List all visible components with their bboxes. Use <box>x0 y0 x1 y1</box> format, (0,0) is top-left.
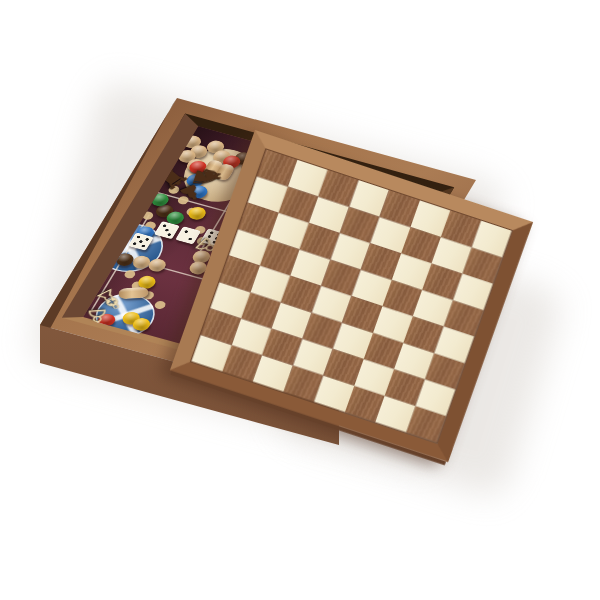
product-photo-stage: ♜♞♟♙♗♙ <box>0 0 600 600</box>
ludo-track-spot-12 <box>153 300 167 310</box>
